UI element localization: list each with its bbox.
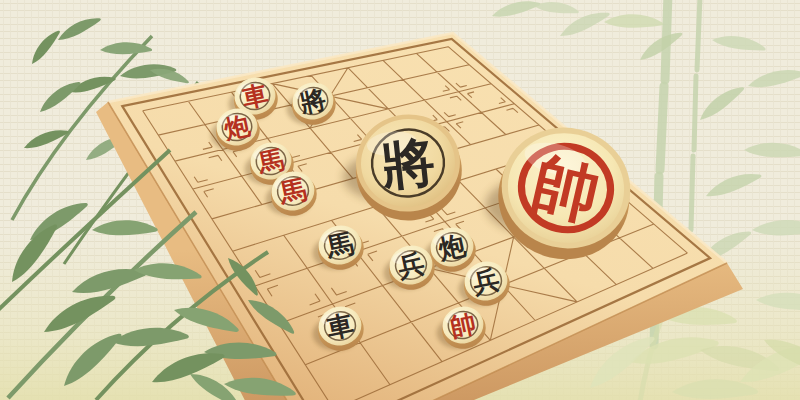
scene-svg: 車將炮馬將帥馬馬炮兵兵帥車: [0, 0, 800, 400]
xiangqi-promo-scene: 車將炮馬將帥馬馬炮兵兵帥車: [0, 0, 800, 400]
piece-character: 將: [378, 130, 438, 196]
